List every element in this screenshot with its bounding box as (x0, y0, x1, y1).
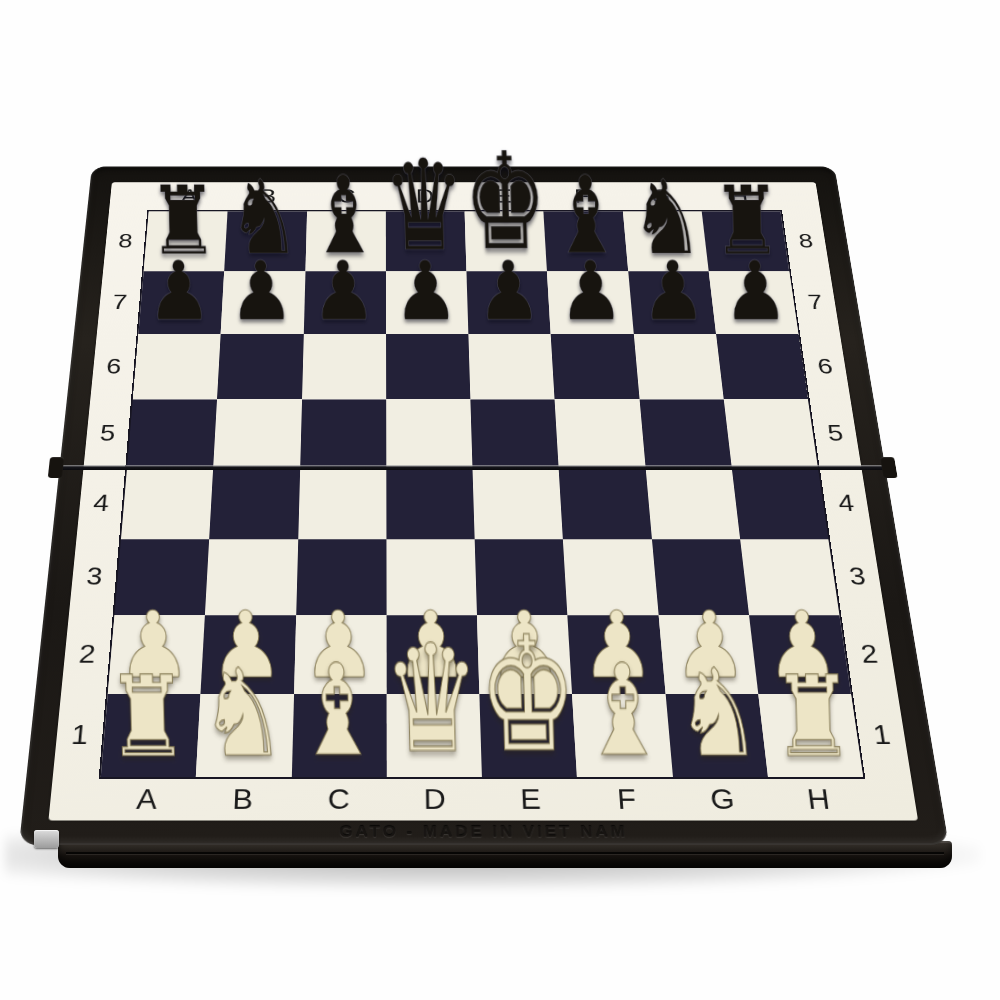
square-d1: ♛ (386, 694, 481, 777)
coord-label-3: 3 (69, 540, 119, 615)
piece-white-queen: ♛ (382, 625, 482, 774)
chess-board: ABCDEFGH ABCDEFGH 87654321 87654321 ♜♞♝♛… (19, 167, 949, 845)
coord-label-4: 4 (76, 468, 125, 540)
square-a4 (121, 468, 213, 540)
coord-label-f: F (577, 779, 676, 821)
square-b7: ♟ (221, 271, 305, 334)
square-g4 (645, 468, 740, 540)
square-d6 (386, 334, 470, 399)
piece-white-rook: ♜ (105, 661, 190, 773)
piece-white-bishop: ♝ (578, 647, 667, 774)
square-b5 (213, 399, 301, 467)
piece-white-bishop: ♝ (293, 647, 382, 774)
square-b4 (209, 468, 299, 540)
piece-black-pawn: ♟ (227, 250, 294, 332)
coord-label-a: A (97, 779, 196, 821)
square-b1: ♞ (196, 694, 294, 777)
square-h4 (732, 468, 829, 540)
square-f5 (555, 399, 645, 467)
square-a7: ♟ (138, 271, 224, 334)
piece-black-pawn: ♟ (392, 250, 459, 332)
square-h1: ♜ (758, 694, 863, 777)
coord-label-d: D (387, 779, 484, 821)
square-c6 (302, 334, 386, 399)
clasp-latch (34, 830, 59, 848)
file-labels-bottom: ABCDEFGH (97, 779, 869, 821)
piece-black-pawn: ♟ (475, 250, 542, 332)
square-g1: ♞ (665, 694, 768, 777)
square-f6 (551, 334, 639, 399)
square-g7: ♟ (628, 271, 716, 334)
photo-background: ABCDEFGH ABCDEFGH 87654321 87654321 ♜♞♝♛… (0, 0, 1000, 1000)
coord-label-c: C (290, 779, 387, 821)
square-f7: ♟ (547, 271, 633, 334)
board-grid: ♜♞♝♛♚♝♞♜♟♟♟♟♟♟♟♟♟♟♟♟♟♟♟♟♜♞♝♛♚♝♞♜ (99, 210, 866, 778)
square-c7: ♟ (303, 271, 385, 334)
square-e4 (472, 468, 563, 540)
square-g5 (639, 399, 731, 467)
piece-black-pawn: ♟ (310, 250, 377, 332)
square-f4 (559, 468, 652, 540)
square-d4 (386, 468, 475, 540)
square-c5 (300, 399, 386, 467)
coord-label-1: 1 (53, 694, 106, 777)
square-h6 (716, 334, 808, 399)
square-c1: ♝ (291, 694, 386, 777)
square-g6 (633, 334, 723, 399)
fold-hinge-seam (56, 465, 890, 470)
coord-label-b: B (194, 779, 292, 821)
square-a5 (127, 399, 217, 467)
coord-label-8: 8 (103, 212, 147, 272)
square-h7: ♟ (709, 271, 799, 334)
piece-black-pawn: ♟ (145, 250, 212, 332)
square-e5 (470, 399, 558, 467)
square-e7: ♟ (466, 271, 550, 334)
piece-white-knight: ♞ (198, 653, 287, 774)
square-a6 (133, 334, 221, 399)
square-a1: ♜ (101, 694, 201, 777)
piece-white-knight: ♞ (674, 653, 763, 774)
piece-black-pawn: ♟ (557, 250, 624, 332)
piece-white-rook: ♜ (771, 661, 856, 773)
coord-label-g: G (673, 779, 773, 821)
square-c4 (298, 468, 386, 540)
piece-black-pawn: ♟ (722, 250, 789, 332)
coord-label-5: 5 (84, 399, 132, 467)
square-e1: ♚ (479, 694, 577, 777)
coord-label-7: 7 (97, 271, 142, 334)
coord-label-e: E (482, 779, 580, 821)
coord-label-h: H (768, 779, 869, 821)
square-h5 (724, 399, 818, 467)
square-f1: ♝ (572, 694, 672, 777)
square-b6 (217, 334, 303, 399)
square-e6 (468, 334, 554, 399)
piece-black-pawn: ♟ (640, 250, 707, 332)
folded-box-side (58, 841, 952, 868)
square-d5 (386, 399, 472, 467)
square-d7: ♟ (386, 271, 469, 334)
coord-label-6: 6 (90, 334, 136, 399)
piece-white-king: ♚ (476, 615, 578, 774)
